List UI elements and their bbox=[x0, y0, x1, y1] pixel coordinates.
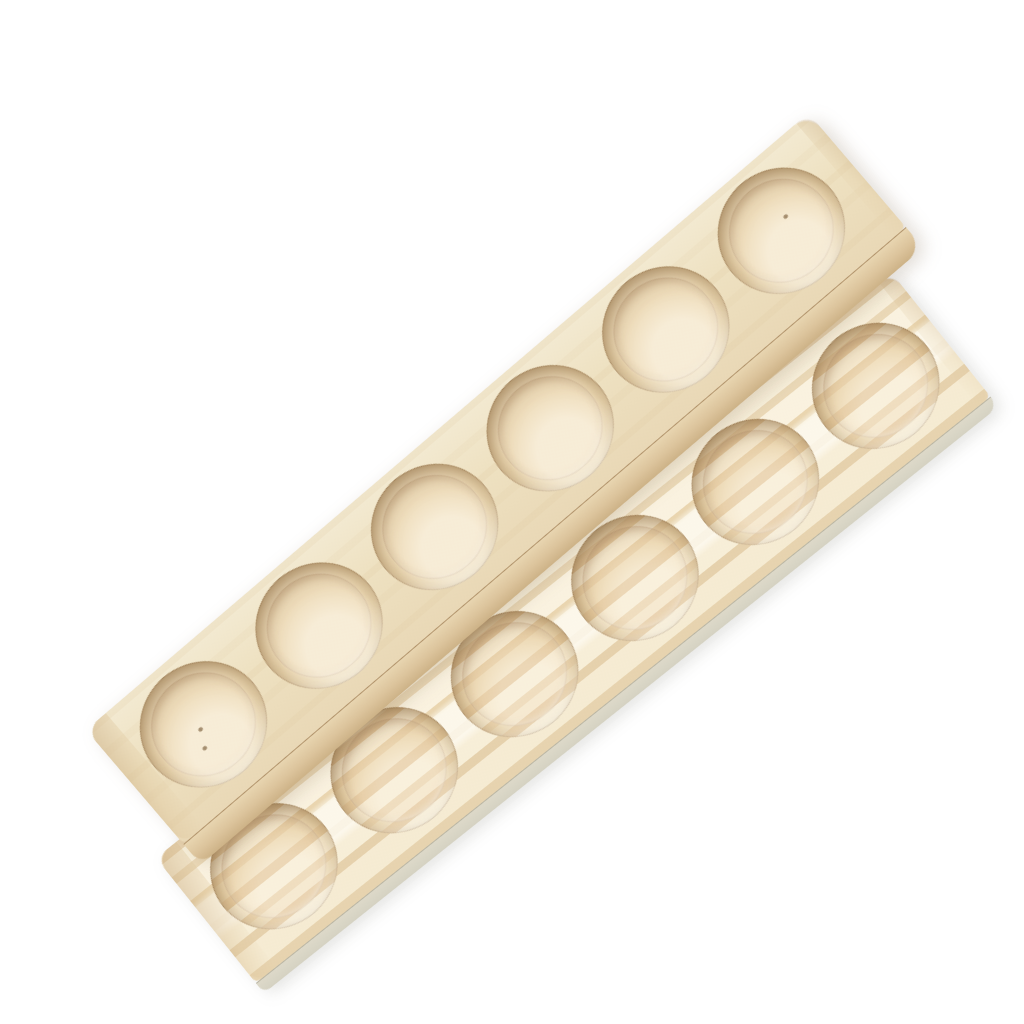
wood-knot-speck bbox=[198, 726, 204, 732]
wood-knot-speck bbox=[202, 745, 208, 751]
wood-knot-speck bbox=[783, 213, 789, 219]
mancala-board-scene bbox=[0, 0, 1024, 1024]
